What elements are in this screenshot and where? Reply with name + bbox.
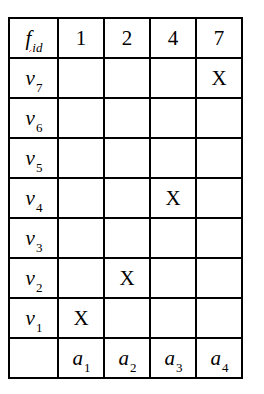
row-label-cell: v4: [9, 178, 58, 218]
label-subscript: 1: [36, 320, 43, 335]
label-subscript: 7: [36, 80, 43, 95]
matrix-cell: [196, 138, 242, 178]
footer-label-cell: a1: [58, 338, 104, 378]
row-label-cell: v5: [9, 138, 58, 178]
corner-header-cell: fid: [9, 18, 58, 58]
matrix-cell: [104, 218, 150, 258]
matrix-cell: [104, 58, 150, 98]
matrix-cell: [58, 138, 104, 178]
matrix-cell: [196, 178, 242, 218]
footer-corner-cell: [9, 338, 58, 378]
matrix-grid: fid1247v7Xv6v5v4Xv3v2Xv1Xa1a2a3a4: [8, 17, 243, 379]
matrix-cell: [104, 138, 150, 178]
row-label-cell: v7: [9, 58, 58, 98]
subscripted-label: a3: [165, 348, 182, 369]
matrix-cell: [104, 178, 150, 218]
label-subscript: 6: [36, 120, 43, 135]
row-label-cell: v6: [9, 98, 58, 138]
matrix-cell: X: [58, 298, 104, 338]
label-subscript: 4: [36, 200, 43, 215]
matrix-cell: [196, 98, 242, 138]
subscripted-label: v1: [26, 308, 42, 329]
footer-label-cell: a4: [196, 338, 242, 378]
row-label-cell: v1: [9, 298, 58, 338]
subscripted-label: a4: [211, 348, 228, 369]
matrix-cell: [150, 218, 196, 258]
matrix-cell: [58, 58, 104, 98]
matrix-cell: [58, 258, 104, 298]
matrix-cell: [150, 298, 196, 338]
matrix-cell: [196, 258, 242, 298]
footer-label-cell: a2: [104, 338, 150, 378]
subscripted-label: v3: [26, 228, 42, 249]
matrix-cell: [196, 218, 242, 258]
subscripted-label: v5: [26, 148, 42, 169]
label-subscript: 1: [84, 360, 91, 375]
matrix-cell: [150, 58, 196, 98]
label-subscript: 3: [176, 360, 183, 375]
matrix-cell: [104, 98, 150, 138]
corner-label: fid: [26, 28, 42, 49]
matrix-cell: [150, 258, 196, 298]
label-subscript: 2: [36, 280, 43, 295]
column-header-cell: 1: [58, 18, 104, 58]
column-header-cell: 4: [150, 18, 196, 58]
matrix-cell: X: [196, 58, 242, 98]
matrix-cell: [150, 98, 196, 138]
subscripted-label: a1: [73, 348, 90, 369]
matrix-cell: [58, 218, 104, 258]
label-subscript: 3: [36, 240, 43, 255]
label-subscript: 4: [222, 360, 229, 375]
label-subscript: 5: [36, 160, 43, 175]
matrix-cell: [196, 298, 242, 338]
row-label-cell: v3: [9, 218, 58, 258]
subscripted-label: v6: [26, 108, 42, 129]
matrix-cell: [150, 138, 196, 178]
page: fid1247v7Xv6v5v4Xv3v2Xv1Xa1a2a3a4: [0, 0, 264, 394]
matrix-cell: X: [104, 258, 150, 298]
matrix-cell: [58, 178, 104, 218]
footer-label-cell: a3: [150, 338, 196, 378]
subscripted-label: a2: [119, 348, 136, 369]
matrix-cell: [104, 298, 150, 338]
column-header-cell: 7: [196, 18, 242, 58]
column-header-cell: 2: [104, 18, 150, 58]
matrix-cell: [58, 98, 104, 138]
subscripted-label: v7: [26, 68, 42, 89]
label-subscript: 2: [130, 360, 137, 375]
row-label-cell: v2: [9, 258, 58, 298]
subscripted-label: v2: [26, 268, 42, 289]
label-subscript: id: [32, 40, 42, 55]
subscripted-label: v4: [26, 188, 42, 209]
matrix-cell: X: [150, 178, 196, 218]
